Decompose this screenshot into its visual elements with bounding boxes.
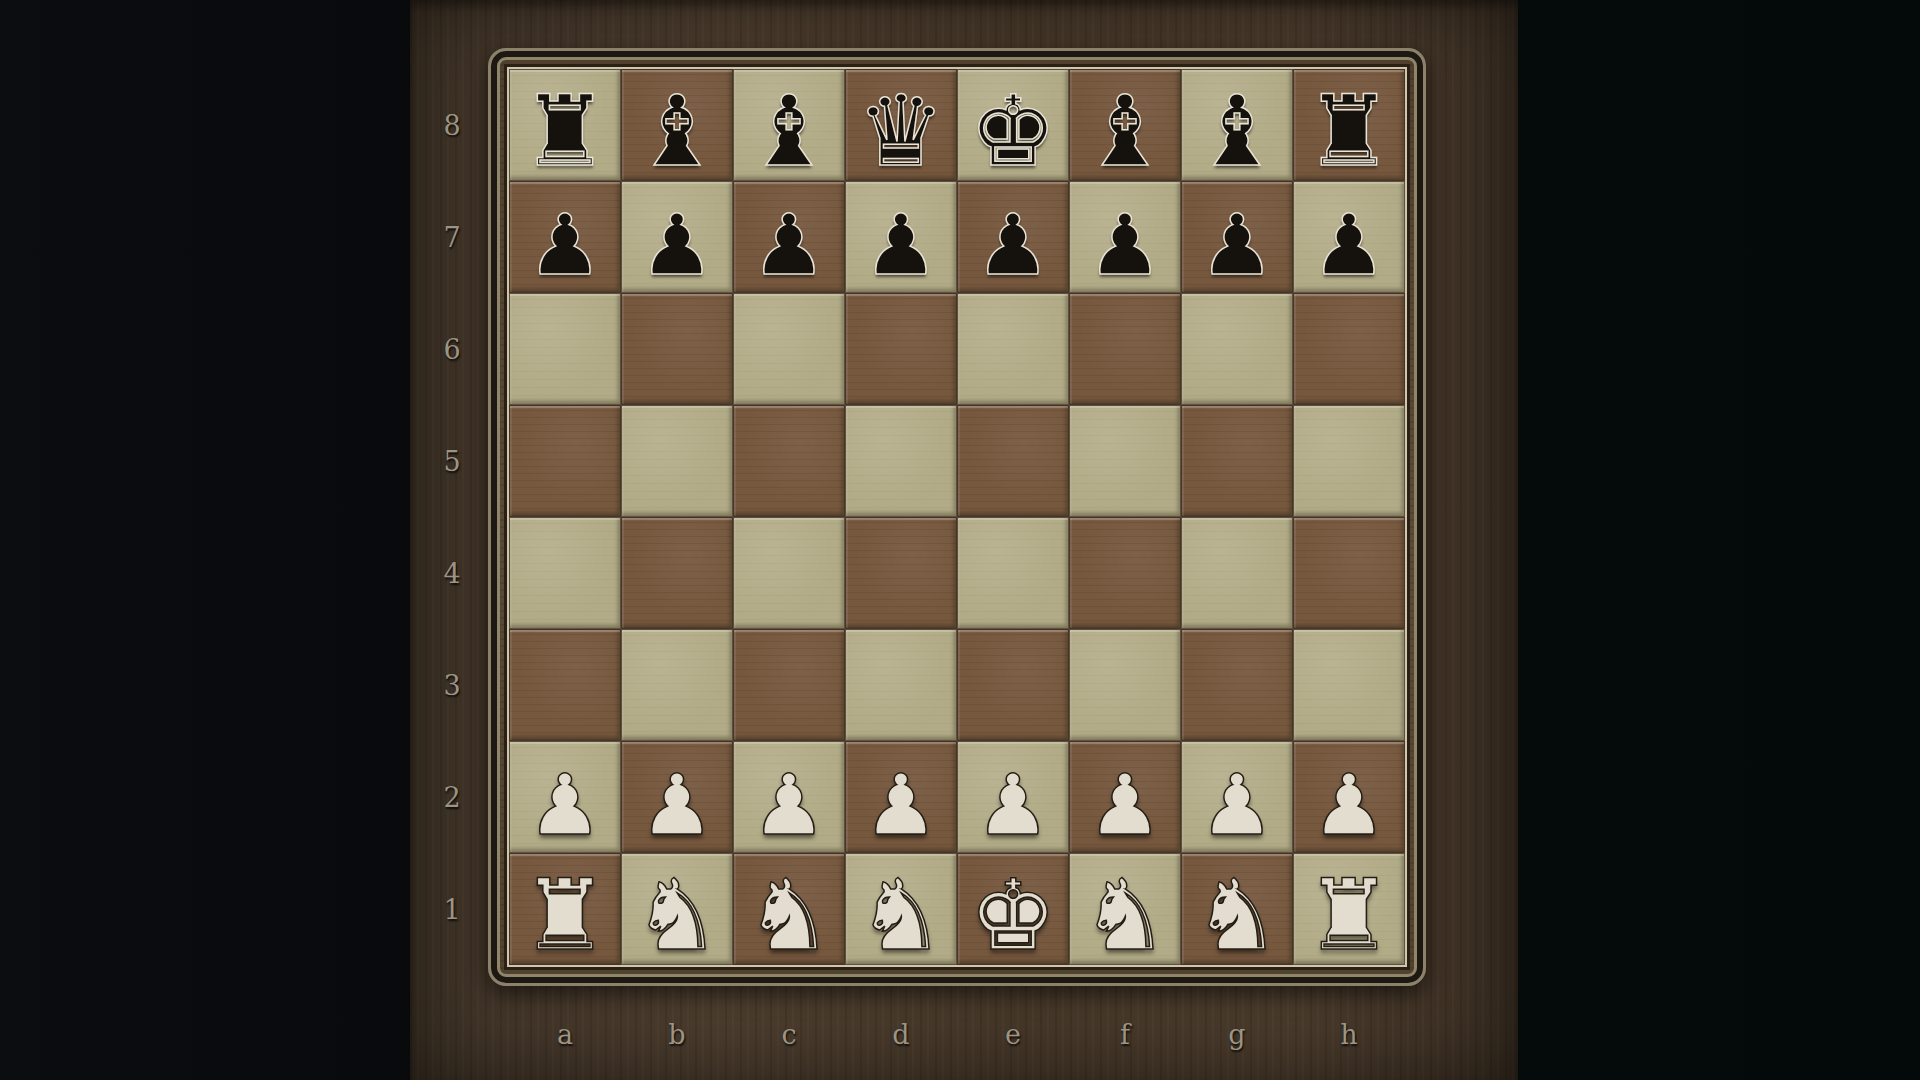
square-g6[interactable] [1181, 293, 1293, 405]
white-knight[interactable]: ♞ [745, 867, 833, 964]
square-c1[interactable]: ♞ [733, 853, 845, 965]
white-pawn[interactable]: ♟ [1311, 764, 1386, 852]
square-e8[interactable]: ♚ [957, 69, 1069, 181]
app-background: 87654321 abcdefgh ♜♝♝♛♚♝♝♜♟♟♟♟♟♟♟♟♟♟♟♟♟♟… [0, 0, 1920, 1080]
rank-label-6: 6 [432, 293, 472, 405]
black-king[interactable]: ♚ [969, 83, 1057, 180]
white-pawn[interactable]: ♟ [527, 764, 602, 852]
square-c3[interactable] [733, 629, 845, 741]
file-label-g: g [1181, 1008, 1293, 1060]
square-g2[interactable]: ♟ [1181, 741, 1293, 853]
square-e3[interactable] [957, 629, 1069, 741]
rank-label-2: 2 [432, 741, 472, 853]
white-pawn[interactable]: ♟ [751, 764, 826, 852]
black-pawn[interactable]: ♟ [863, 204, 938, 292]
square-d5[interactable] [845, 405, 957, 517]
file-label-c: c [733, 1008, 845, 1060]
file-label-a: a [509, 1008, 621, 1060]
square-e7[interactable]: ♟ [957, 181, 1069, 293]
square-h8[interactable]: ♜ [1293, 69, 1405, 181]
square-e1[interactable]: ♚ [957, 853, 1069, 965]
square-a2[interactable]: ♟ [509, 741, 621, 853]
square-e2[interactable]: ♟ [957, 741, 1069, 853]
rank-label-4: 4 [432, 517, 472, 629]
square-d2[interactable]: ♟ [845, 741, 957, 853]
square-f1[interactable]: ♞ [1069, 853, 1181, 965]
square-f8[interactable]: ♝ [1069, 69, 1181, 181]
square-f3[interactable] [1069, 629, 1181, 741]
black-rook[interactable]: ♜ [1305, 83, 1393, 180]
black-pawn[interactable]: ♟ [527, 204, 602, 292]
square-g1[interactable]: ♞ [1181, 853, 1293, 965]
white-pawn[interactable]: ♟ [1199, 764, 1274, 852]
black-pawn[interactable]: ♟ [975, 204, 1050, 292]
rank-labels: 87654321 [432, 69, 472, 965]
square-e4[interactable] [957, 517, 1069, 629]
square-f2[interactable]: ♟ [1069, 741, 1181, 853]
file-label-d: d [845, 1008, 957, 1060]
square-b4[interactable] [621, 517, 733, 629]
file-label-e: e [957, 1008, 1069, 1060]
rank-label-1: 1 [432, 853, 472, 965]
square-a5[interactable] [509, 405, 621, 517]
black-bishop[interactable]: ♝ [745, 83, 833, 180]
white-knight[interactable]: ♞ [1193, 867, 1281, 964]
square-b8[interactable]: ♝ [621, 69, 733, 181]
black-queen[interactable]: ♛ [857, 83, 945, 180]
black-pawn[interactable]: ♟ [1087, 204, 1162, 292]
white-rook[interactable]: ♜ [1305, 867, 1393, 964]
square-b2[interactable]: ♟ [621, 741, 733, 853]
file-label-b: b [621, 1008, 733, 1060]
white-king[interactable]: ♚ [969, 867, 1057, 964]
square-e6[interactable] [957, 293, 1069, 405]
file-label-f: f [1069, 1008, 1181, 1060]
rank-label-5: 5 [432, 405, 472, 517]
square-a1[interactable]: ♜ [509, 853, 621, 965]
rank-label-8: 8 [432, 69, 472, 181]
white-rook[interactable]: ♜ [521, 867, 609, 964]
file-labels: abcdefgh [509, 1008, 1405, 1060]
black-pawn[interactable]: ♟ [1311, 204, 1386, 292]
square-g8[interactable]: ♝ [1181, 69, 1293, 181]
square-g4[interactable] [1181, 517, 1293, 629]
square-g7[interactable]: ♟ [1181, 181, 1293, 293]
square-f6[interactable] [1069, 293, 1181, 405]
rank-label-3: 3 [432, 629, 472, 741]
square-c7[interactable]: ♟ [733, 181, 845, 293]
white-knight[interactable]: ♞ [857, 867, 945, 964]
black-bishop[interactable]: ♝ [1081, 83, 1169, 180]
square-d3[interactable] [845, 629, 957, 741]
black-pawn[interactable]: ♟ [1199, 204, 1274, 292]
file-label-h: h [1293, 1008, 1405, 1060]
square-a4[interactable] [509, 517, 621, 629]
square-f4[interactable] [1069, 517, 1181, 629]
square-b6[interactable] [621, 293, 733, 405]
square-c5[interactable] [733, 405, 845, 517]
square-e5[interactable] [957, 405, 1069, 517]
square-b1[interactable]: ♞ [621, 853, 733, 965]
square-h7[interactable]: ♟ [1293, 181, 1405, 293]
square-b5[interactable] [621, 405, 733, 517]
square-b3[interactable] [621, 629, 733, 741]
chess-board[interactable]: ♜♝♝♛♚♝♝♜♟♟♟♟♟♟♟♟♟♟♟♟♟♟♟♟♜♞♞♞♚♞♞♜ [507, 67, 1407, 967]
square-a6[interactable] [509, 293, 621, 405]
white-pawn[interactable]: ♟ [639, 764, 714, 852]
square-h2[interactable]: ♟ [1293, 741, 1405, 853]
square-d7[interactable]: ♟ [845, 181, 957, 293]
square-h5[interactable] [1293, 405, 1405, 517]
square-h4[interactable] [1293, 517, 1405, 629]
square-h6[interactable] [1293, 293, 1405, 405]
square-d4[interactable] [845, 517, 957, 629]
square-h1[interactable]: ♜ [1293, 853, 1405, 965]
white-knight[interactable]: ♞ [633, 867, 721, 964]
black-pawn[interactable]: ♟ [639, 204, 714, 292]
black-bishop[interactable]: ♝ [1193, 83, 1281, 180]
square-d1[interactable]: ♞ [845, 853, 957, 965]
black-rook[interactable]: ♜ [521, 83, 609, 180]
square-g5[interactable] [1181, 405, 1293, 517]
square-h3[interactable] [1293, 629, 1405, 741]
black-bishop[interactable]: ♝ [633, 83, 721, 180]
rank-label-7: 7 [432, 181, 472, 293]
square-d6[interactable] [845, 293, 957, 405]
square-g3[interactable] [1181, 629, 1293, 741]
square-f7[interactable]: ♟ [1069, 181, 1181, 293]
square-c2[interactable]: ♟ [733, 741, 845, 853]
square-a8[interactable]: ♜ [509, 69, 621, 181]
board-frame: ♜♝♝♛♚♝♝♜♟♟♟♟♟♟♟♟♟♟♟♟♟♟♟♟♜♞♞♞♚♞♞♜ [488, 48, 1426, 986]
square-a7[interactable]: ♟ [509, 181, 621, 293]
square-f5[interactable] [1069, 405, 1181, 517]
white-knight[interactable]: ♞ [1081, 867, 1169, 964]
white-pawn[interactable]: ♟ [975, 764, 1050, 852]
wooden-board-panel: 87654321 abcdefgh ♜♝♝♛♚♝♝♜♟♟♟♟♟♟♟♟♟♟♟♟♟♟… [410, 0, 1518, 1080]
white-pawn[interactable]: ♟ [863, 764, 938, 852]
square-d8[interactable]: ♛ [845, 69, 957, 181]
square-c6[interactable] [733, 293, 845, 405]
square-c4[interactable] [733, 517, 845, 629]
square-c8[interactable]: ♝ [733, 69, 845, 181]
square-b7[interactable]: ♟ [621, 181, 733, 293]
square-a3[interactable] [509, 629, 621, 741]
white-pawn[interactable]: ♟ [1087, 764, 1162, 852]
black-pawn[interactable]: ♟ [751, 204, 826, 292]
